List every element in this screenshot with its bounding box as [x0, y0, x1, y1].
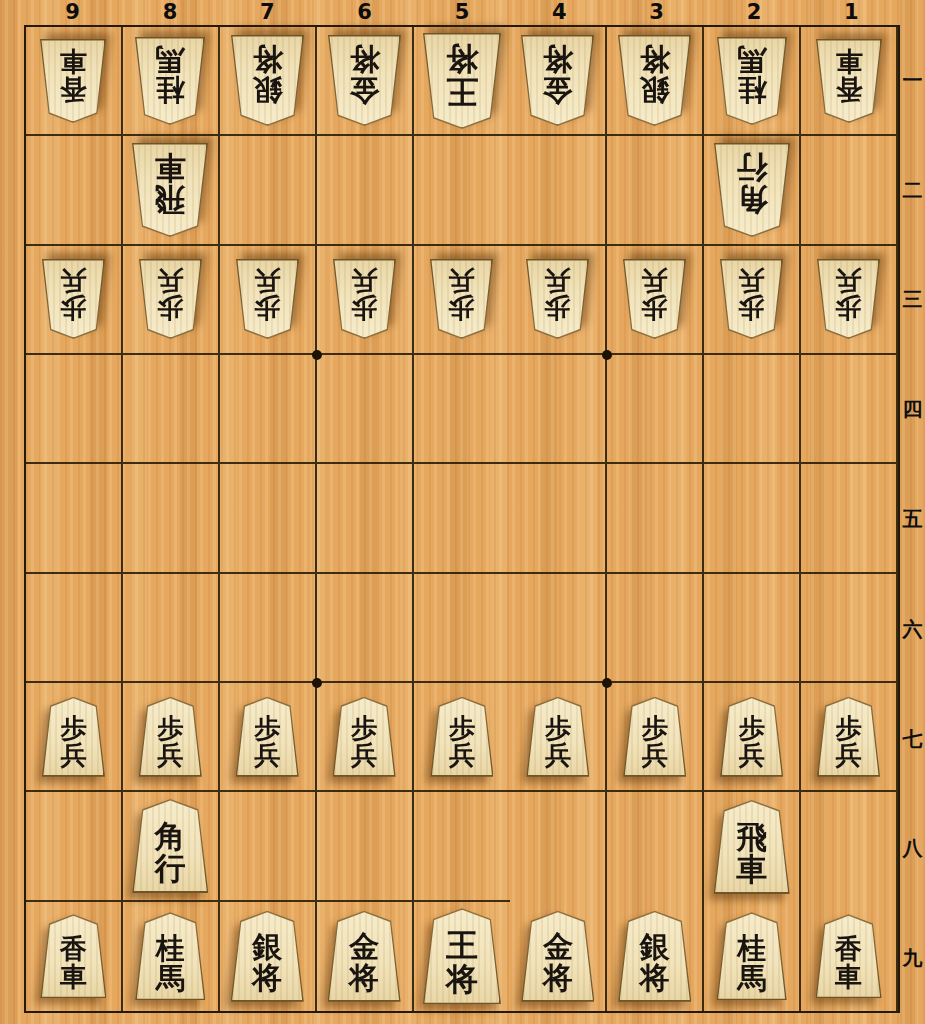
square-3-2[interactable]	[607, 136, 704, 245]
piece-kanji: 歩	[545, 715, 571, 742]
piece-kanji: 歩	[739, 294, 765, 321]
piece-kanji: 将	[640, 962, 670, 993]
piece-kanji: 歩	[449, 715, 475, 742]
piece-kanji: 歩	[449, 294, 475, 321]
piece-face: 香車	[817, 40, 880, 121]
piece-face: 桂馬	[718, 38, 785, 123]
piece-body: 桂馬	[717, 37, 787, 125]
square-9-9[interactable]: 香車	[26, 902, 123, 1011]
piece-kanji: 兵	[545, 267, 571, 294]
square-6-9[interactable]: 金将	[317, 902, 414, 1011]
square-3-1[interactable]: 銀将	[607, 27, 704, 136]
piece-body: 香車	[816, 39, 882, 123]
piece-kanji: 歩	[642, 294, 668, 321]
piece-face: 金将	[329, 37, 399, 125]
square-7-1[interactable]: 銀将	[220, 27, 317, 136]
piece-kanji: 馬	[737, 963, 766, 993]
square-9-8[interactable]	[26, 792, 123, 901]
rank-label-4: 四	[900, 354, 925, 464]
piece-body: 歩兵	[623, 259, 686, 339]
piece-kanji: 香	[60, 74, 87, 102]
square-4-2[interactable]	[510, 136, 607, 245]
piece-body: 金将	[328, 911, 401, 1002]
rank-label-1: 一	[900, 25, 925, 135]
piece-kanji: 歩	[60, 715, 86, 742]
file-labels: 987654321	[24, 0, 900, 25]
piece-gote-silver[interactable]: 銀将	[618, 35, 691, 126]
square-4-7[interactable]: 歩兵	[510, 683, 607, 792]
piece-face: 飛車	[715, 801, 788, 892]
piece-kanji: 兵	[351, 742, 377, 769]
piece-kanji: 馬	[156, 44, 185, 74]
piece-body: 歩兵	[817, 697, 880, 777]
piece-body: 歩兵	[817, 259, 880, 339]
square-7-2[interactable]	[220, 136, 317, 245]
piece-sente-knight[interactable]: 桂馬	[717, 912, 787, 1000]
piece-kanji: 歩	[254, 715, 280, 742]
piece-kanji: 歩	[254, 294, 280, 321]
piece-body: 香車	[40, 914, 106, 998]
piece-kanji: 歩	[157, 715, 183, 742]
file-label-1: 1	[803, 0, 900, 25]
piece-kanji: 兵	[254, 742, 280, 769]
piece-kanji: 歩	[739, 715, 765, 742]
square-7-4[interactable]	[220, 355, 317, 464]
square-1-3[interactable]: 歩兵	[801, 246, 898, 355]
piece-gote-gold[interactable]: 金将	[521, 35, 594, 126]
square-2-5[interactable]	[704, 464, 801, 573]
square-7-7[interactable]: 歩兵	[220, 683, 317, 792]
piece-kanji: 将	[349, 962, 379, 993]
piece-gote-knight[interactable]: 桂馬	[717, 37, 787, 125]
square-5-6[interactable]	[414, 574, 511, 683]
square-6-6[interactable]	[317, 574, 414, 683]
square-5-5[interactable]	[414, 464, 511, 573]
square-3-5[interactable]	[607, 464, 704, 573]
file-label-5: 5	[413, 0, 510, 25]
rank-label-9: 九	[900, 903, 925, 1013]
piece-face: 歩兵	[528, 698, 588, 775]
piece-face: 歩兵	[722, 698, 782, 775]
shogi-board: 香車桂馬銀将金将王将金将銀将桂馬香車飛車角行歩兵歩兵歩兵歩兵歩兵歩兵歩兵歩兵歩兵…	[24, 25, 900, 1013]
piece-gote-bishop[interactable]: 角行	[714, 143, 790, 237]
piece-kanji: 銀	[640, 75, 670, 106]
piece-kanji: 車	[736, 853, 767, 885]
piece-face: 歩兵	[140, 698, 200, 775]
piece-face: 桂馬	[718, 914, 785, 999]
square-1-5[interactable]	[801, 464, 898, 573]
square-8-3[interactable]: 歩兵	[123, 246, 220, 355]
square-3-4[interactable]	[607, 355, 704, 464]
piece-sente-bishop[interactable]: 角行	[132, 799, 208, 893]
square-7-5[interactable]	[220, 464, 317, 573]
piece-kanji: 将	[349, 44, 379, 75]
piece-body: 角行	[714, 143, 790, 237]
file-label-6: 6	[316, 0, 413, 25]
file-label-9: 9	[24, 0, 121, 25]
square-2-3[interactable]: 歩兵	[704, 246, 801, 355]
square-1-7[interactable]: 歩兵	[801, 683, 898, 792]
piece-kanji: 兵	[157, 742, 183, 769]
piece-kanji: 兵	[739, 742, 765, 769]
square-2-2[interactable]: 角行	[704, 136, 801, 245]
piece-body: 歩兵	[236, 259, 299, 339]
file-label-2: 2	[705, 0, 802, 25]
piece-gote-pawn[interactable]: 歩兵	[333, 259, 396, 339]
piece-gote-pawn[interactable]: 歩兵	[817, 259, 880, 339]
piece-face: 歩兵	[819, 261, 879, 338]
square-4-8[interactable]	[510, 792, 607, 901]
piece-face: 歩兵	[432, 698, 492, 775]
piece-body: 王将	[423, 908, 501, 1004]
square-9-3[interactable]: 歩兵	[26, 246, 123, 355]
piece-face: 歩兵	[140, 261, 200, 338]
square-6-4[interactable]	[317, 355, 414, 464]
piece-kanji: 飛	[736, 821, 767, 853]
rank-label-5: 五	[900, 464, 925, 574]
square-8-2[interactable]: 飛車	[123, 136, 220, 245]
square-9-7[interactable]: 歩兵	[26, 683, 123, 792]
piece-body: 歩兵	[139, 697, 202, 777]
piece-face: 歩兵	[722, 261, 782, 338]
square-8-7[interactable]: 歩兵	[123, 683, 220, 792]
piece-kanji: 金	[349, 75, 379, 106]
square-7-6[interactable]	[220, 574, 317, 683]
piece-kanji: 銀	[640, 931, 670, 962]
square-1-8[interactable]	[801, 792, 898, 901]
square-9-4[interactable]	[26, 355, 123, 464]
piece-face: 歩兵	[43, 261, 103, 338]
piece-face: 香車	[42, 40, 105, 121]
piece-sente-king[interactable]: 王将	[423, 908, 501, 1004]
piece-body: 銀将	[231, 911, 304, 1002]
piece-face: 歩兵	[334, 698, 394, 775]
square-8-6[interactable]	[123, 574, 220, 683]
square-9-5[interactable]	[26, 464, 123, 573]
piece-kanji: 歩	[157, 294, 183, 321]
square-5-9[interactable]: 王将	[414, 902, 511, 1011]
square-4-4[interactable]	[510, 355, 607, 464]
square-2-4[interactable]	[704, 355, 801, 464]
piece-kanji: 馬	[156, 963, 185, 993]
piece-gote-pawn[interactable]: 歩兵	[623, 259, 686, 339]
piece-sente-pawn[interactable]: 歩兵	[526, 697, 589, 777]
square-6-8[interactable]	[317, 792, 414, 901]
piece-sente-knight[interactable]: 桂馬	[135, 912, 205, 1000]
piece-gote-pawn[interactable]: 歩兵	[42, 259, 105, 339]
piece-kanji: 金	[349, 931, 379, 962]
piece-kanji: 銀	[252, 75, 282, 106]
piece-sente-pawn[interactable]: 歩兵	[333, 697, 396, 777]
piece-kanji: 将	[446, 41, 478, 74]
piece-kanji: 歩	[836, 294, 862, 321]
square-6-1[interactable]: 金将	[317, 27, 414, 136]
piece-body: 歩兵	[526, 697, 589, 777]
piece-body: 王将	[423, 33, 501, 129]
square-2-1[interactable]: 桂馬	[704, 27, 801, 136]
piece-kanji: 香	[835, 74, 862, 102]
square-8-5[interactable]	[123, 464, 220, 573]
file-label-3: 3	[608, 0, 705, 25]
piece-kanji: 兵	[642, 742, 668, 769]
piece-sente-pawn[interactable]: 歩兵	[430, 697, 493, 777]
square-3-3[interactable]: 歩兵	[607, 246, 704, 355]
piece-body: 歩兵	[623, 697, 686, 777]
piece-kanji: 車	[60, 963, 87, 991]
piece-body: 銀将	[618, 35, 691, 126]
piece-gote-king[interactable]: 王将	[423, 33, 501, 129]
piece-kanji: 兵	[545, 742, 571, 769]
piece-body: 歩兵	[42, 697, 105, 777]
piece-sente-gold[interactable]: 金将	[328, 911, 401, 1002]
piece-body: 歩兵	[720, 259, 783, 339]
square-1-2[interactable]	[801, 136, 898, 245]
square-8-1[interactable]: 桂馬	[123, 27, 220, 136]
piece-kanji: 王	[446, 929, 478, 962]
piece-kanji: 兵	[836, 742, 862, 769]
piece-kanji: 歩	[351, 715, 377, 742]
piece-body: 歩兵	[720, 697, 783, 777]
square-8-4[interactable]	[123, 355, 220, 464]
piece-kanji: 角	[155, 820, 186, 852]
piece-sente-pawn[interactable]: 歩兵	[720, 697, 783, 777]
square-1-1[interactable]: 香車	[801, 27, 898, 136]
piece-body: 金将	[328, 35, 401, 126]
piece-kanji: 兵	[739, 267, 765, 294]
square-5-3[interactable]: 歩兵	[414, 246, 511, 355]
piece-face: 香車	[42, 916, 105, 997]
piece-kanji: 兵	[60, 267, 86, 294]
piece-kanji: 兵	[836, 267, 862, 294]
piece-body: 歩兵	[333, 697, 396, 777]
piece-face: 歩兵	[819, 698, 879, 775]
square-2-8[interactable]: 飛車	[704, 792, 801, 901]
piece-sente-pawn[interactable]: 歩兵	[42, 697, 105, 777]
square-4-9[interactable]: 金将	[510, 902, 607, 1011]
piece-face: 金将	[329, 912, 399, 1000]
piece-kanji: 兵	[449, 267, 475, 294]
piece-sente-pawn[interactable]: 歩兵	[139, 697, 202, 777]
piece-body: 香車	[816, 914, 882, 998]
square-3-9[interactable]: 銀将	[607, 902, 704, 1011]
square-1-9[interactable]: 香車	[801, 902, 898, 1011]
piece-gote-silver[interactable]: 銀将	[231, 35, 304, 126]
hoshi-dot	[312, 350, 322, 360]
piece-body: 桂馬	[135, 37, 205, 125]
piece-body: 金将	[521, 911, 594, 1002]
piece-kanji: 金	[543, 75, 573, 106]
piece-body: 歩兵	[139, 259, 202, 339]
piece-sente-gold[interactable]: 金将	[521, 911, 594, 1002]
file-label-4: 4	[511, 0, 608, 25]
piece-gote-pawn[interactable]: 歩兵	[720, 259, 783, 339]
piece-kanji: 兵	[449, 742, 475, 769]
piece-sente-lance[interactable]: 香車	[816, 914, 882, 998]
square-4-5[interactable]	[510, 464, 607, 573]
piece-body: 銀将	[231, 35, 304, 126]
piece-kanji: 歩	[545, 294, 571, 321]
piece-sente-pawn[interactable]: 歩兵	[236, 697, 299, 777]
piece-kanji: 車	[835, 46, 862, 74]
piece-kanji: 桂	[156, 74, 185, 104]
rank-label-2: 二	[900, 135, 925, 245]
piece-face: 歩兵	[43, 698, 103, 775]
piece-gote-pawn[interactable]: 歩兵	[236, 259, 299, 339]
file-label-8: 8	[121, 0, 218, 25]
square-5-2[interactable]	[414, 136, 511, 245]
piece-kanji: 桂	[737, 74, 766, 104]
piece-sente-silver[interactable]: 銀将	[231, 911, 304, 1002]
square-3-6[interactable]	[607, 574, 704, 683]
piece-face: 王将	[424, 910, 499, 1003]
piece-body: 歩兵	[430, 259, 493, 339]
piece-face: 金将	[523, 37, 593, 125]
piece-face: 歩兵	[237, 698, 297, 775]
piece-sente-pawn[interactable]: 歩兵	[623, 697, 686, 777]
square-8-8[interactable]: 角行	[123, 792, 220, 901]
piece-kanji: 歩	[351, 294, 377, 321]
piece-body: 銀将	[618, 911, 691, 1002]
piece-sente-silver[interactable]: 銀将	[618, 911, 691, 1002]
piece-kanji: 将	[252, 44, 282, 75]
piece-sente-lance[interactable]: 香車	[40, 914, 106, 998]
piece-kanji: 飛	[155, 184, 186, 216]
piece-gote-pawn[interactable]: 歩兵	[430, 259, 493, 339]
piece-kanji: 金	[543, 931, 573, 962]
piece-body: 歩兵	[333, 259, 396, 339]
piece-kanji: 将	[543, 962, 573, 993]
piece-face: 歩兵	[528, 261, 588, 338]
piece-kanji: 将	[640, 44, 670, 75]
piece-gote-pawn[interactable]: 歩兵	[139, 259, 202, 339]
piece-body: 桂馬	[135, 912, 205, 1000]
piece-kanji: 将	[252, 962, 282, 993]
square-4-3[interactable]: 歩兵	[510, 246, 607, 355]
square-7-8[interactable]	[220, 792, 317, 901]
piece-face: 金将	[523, 912, 593, 1000]
piece-face: 銀将	[232, 37, 302, 125]
piece-body: 歩兵	[526, 259, 589, 339]
square-5-4[interactable]	[414, 355, 511, 464]
piece-face: 香車	[817, 916, 880, 997]
square-9-2[interactable]	[26, 136, 123, 245]
piece-body: 飛車	[132, 143, 208, 237]
piece-kanji: 兵	[157, 267, 183, 294]
square-1-6[interactable]	[801, 574, 898, 683]
square-3-7[interactable]: 歩兵	[607, 683, 704, 792]
piece-kanji: 車	[835, 963, 862, 991]
rank-labels: 一二三四五六七八九	[900, 25, 925, 1013]
square-7-3[interactable]: 歩兵	[220, 246, 317, 355]
square-1-4[interactable]	[801, 355, 898, 464]
piece-gote-knight[interactable]: 桂馬	[135, 37, 205, 125]
piece-gote-gold[interactable]: 金将	[328, 35, 401, 126]
piece-body: 歩兵	[430, 697, 493, 777]
rank-label-3: 三	[900, 245, 925, 355]
piece-face: 歩兵	[432, 261, 492, 338]
piece-kanji: 銀	[252, 931, 282, 962]
piece-body: 歩兵	[42, 259, 105, 339]
square-2-9[interactable]: 桂馬	[704, 902, 801, 1011]
piece-gote-lance[interactable]: 香車	[40, 39, 106, 123]
piece-face: 銀将	[232, 912, 302, 1000]
square-9-6[interactable]	[26, 574, 123, 683]
piece-kanji: 兵	[642, 267, 668, 294]
piece-body: 飛車	[714, 800, 790, 894]
piece-face: 角行	[715, 144, 788, 235]
square-5-8[interactable]	[414, 792, 511, 901]
square-6-7[interactable]: 歩兵	[317, 683, 414, 792]
piece-kanji: 車	[60, 46, 87, 74]
square-6-2[interactable]	[317, 136, 414, 245]
piece-kanji: 王	[446, 74, 478, 107]
piece-face: 銀将	[620, 912, 690, 1000]
piece-kanji: 香	[835, 935, 862, 963]
piece-kanji: 行	[736, 151, 767, 183]
square-5-7[interactable]: 歩兵	[414, 683, 511, 792]
piece-gote-lance[interactable]: 香車	[816, 39, 882, 123]
square-6-5[interactable]	[317, 464, 414, 573]
hoshi-dot	[312, 678, 322, 688]
square-6-3[interactable]: 歩兵	[317, 246, 414, 355]
piece-kanji: 歩	[642, 715, 668, 742]
piece-kanji: 兵	[351, 267, 377, 294]
square-8-9[interactable]: 桂馬	[123, 902, 220, 1011]
square-7-9[interactable]: 銀将	[220, 902, 317, 1011]
piece-gote-rook[interactable]: 飛車	[132, 143, 208, 237]
piece-kanji: 兵	[60, 742, 86, 769]
piece-face: 飛車	[134, 144, 207, 235]
file-label-7: 7	[219, 0, 316, 25]
piece-kanji: 歩	[836, 715, 862, 742]
piece-body: 桂馬	[717, 912, 787, 1000]
piece-kanji: 兵	[254, 267, 280, 294]
piece-kanji: 馬	[737, 44, 766, 74]
piece-face: 歩兵	[625, 698, 685, 775]
piece-kanji: 桂	[156, 933, 185, 963]
square-9-1[interactable]: 香車	[26, 27, 123, 136]
square-5-1[interactable]: 王将	[414, 27, 511, 136]
piece-face: 歩兵	[237, 261, 297, 338]
piece-body: 金将	[521, 35, 594, 126]
square-2-6[interactable]	[704, 574, 801, 683]
piece-sente-pawn[interactable]: 歩兵	[817, 697, 880, 777]
piece-gote-pawn[interactable]: 歩兵	[526, 259, 589, 339]
piece-face: 桂馬	[137, 38, 204, 123]
piece-face: 角行	[134, 800, 207, 891]
piece-kanji: 車	[155, 151, 186, 183]
hoshi-dot	[602, 678, 612, 688]
piece-face: 歩兵	[334, 261, 394, 338]
piece-kanji: 角	[736, 184, 767, 216]
square-4-6[interactable]	[510, 574, 607, 683]
piece-body: 角行	[132, 799, 208, 893]
piece-kanji: 将	[446, 963, 478, 996]
piece-body: 香車	[40, 39, 106, 123]
square-2-7[interactable]: 歩兵	[704, 683, 801, 792]
piece-face: 桂馬	[137, 914, 204, 999]
piece-face: 銀将	[620, 37, 690, 125]
piece-body: 歩兵	[236, 697, 299, 777]
hoshi-dot	[602, 350, 612, 360]
square-4-1[interactable]: 金将	[510, 27, 607, 136]
square-3-8[interactable]	[607, 792, 704, 901]
rank-label-7: 七	[900, 684, 925, 794]
rank-label-8: 八	[900, 793, 925, 903]
piece-kanji: 桂	[737, 933, 766, 963]
piece-face: 歩兵	[625, 261, 685, 338]
piece-sente-rook[interactable]: 飛車	[714, 800, 790, 894]
